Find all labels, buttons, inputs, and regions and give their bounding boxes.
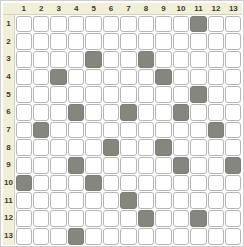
cell-r6c1[interactable]	[16, 104, 32, 121]
cell-r13c1[interactable]	[16, 228, 32, 245]
cell-r10c12[interactable]	[208, 175, 224, 192]
cell-r2c7[interactable]	[120, 33, 136, 50]
cell-r7c2[interactable]	[33, 122, 49, 139]
cell-r6c4[interactable]	[68, 104, 84, 121]
cell-r13c12[interactable]	[208, 228, 224, 245]
cell-r1c13[interactable]	[225, 16, 241, 33]
cell-r8c5[interactable]	[85, 139, 101, 156]
cell-r11c12[interactable]	[208, 192, 224, 209]
cell-r12c1[interactable]	[16, 210, 32, 227]
cell-r7c8[interactable]	[138, 122, 154, 139]
cell-r4c11[interactable]	[190, 69, 206, 86]
cell-r10c7[interactable]	[120, 175, 136, 192]
cell-r5c5[interactable]	[85, 86, 101, 103]
cell-r11c9[interactable]	[155, 192, 171, 209]
col-label-4: 4	[67, 3, 84, 14]
col-label-13: 13	[225, 3, 242, 14]
cell-r6c8[interactable]	[138, 104, 154, 121]
col-label-3: 3	[50, 3, 67, 14]
cell-r8c12[interactable]	[208, 139, 224, 156]
cell-r6c9[interactable]	[155, 104, 171, 121]
cell-r13c6[interactable]	[103, 228, 119, 245]
row-label-2: 2	[3, 33, 14, 51]
cell-r5c10[interactable]	[173, 86, 189, 103]
column-labels-strip: 12345678910111213	[3, 3, 242, 15]
cell-r7c6[interactable]	[103, 122, 119, 139]
cell-r10c4[interactable]	[68, 175, 84, 192]
cell-r3c1[interactable]	[16, 51, 32, 68]
cell-r5c2[interactable]	[33, 86, 49, 103]
cell-r13c11[interactable]	[190, 228, 206, 245]
cell-r9c11[interactable]	[190, 157, 206, 174]
cell-r11c4[interactable]	[68, 192, 84, 209]
cell-r11c11[interactable]	[190, 192, 206, 209]
row-label-5: 5	[3, 86, 14, 104]
cell-r13c2[interactable]	[33, 228, 49, 245]
col-label-8: 8	[137, 3, 154, 14]
cell-r1c7[interactable]	[120, 16, 136, 33]
cell-r8c2[interactable]	[33, 139, 49, 156]
cell-r5c8[interactable]	[138, 86, 154, 103]
cell-r5c3[interactable]	[50, 86, 66, 103]
cell-r13c4[interactable]	[68, 228, 84, 245]
cell-r6c2[interactable]	[33, 104, 49, 121]
cell-r6c11[interactable]	[190, 104, 206, 121]
cell-r12c7[interactable]	[120, 210, 136, 227]
cell-r4c12[interactable]	[208, 69, 224, 86]
cell-r1c1[interactable]	[16, 16, 32, 33]
cell-r1c5[interactable]	[85, 16, 101, 33]
cell-r8c4[interactable]	[68, 139, 84, 156]
cell-r10c5[interactable]	[85, 175, 101, 192]
cell-r7c9[interactable]	[155, 122, 171, 139]
cell-r10c1[interactable]	[16, 175, 32, 192]
cell-r10c8[interactable]	[138, 175, 154, 192]
puzzle-board: 12345678910111213 12345678910111213	[3, 3, 242, 245]
cell-r10c6[interactable]	[103, 175, 119, 192]
cell-r3c7[interactable]	[120, 51, 136, 68]
cell-r11c10[interactable]	[173, 192, 189, 209]
cell-r5c13[interactable]	[225, 86, 241, 103]
cell-r11c1[interactable]	[16, 192, 32, 209]
row-label-8: 8	[3, 139, 14, 157]
cell-r4c10[interactable]	[173, 69, 189, 86]
row-label-6: 6	[3, 103, 14, 121]
cell-r2c1[interactable]	[16, 33, 32, 50]
cell-r2c6[interactable]	[103, 33, 119, 50]
cell-r10c11[interactable]	[190, 175, 206, 192]
cell-r8c6[interactable]	[103, 139, 119, 156]
cell-r11c3[interactable]	[50, 192, 66, 209]
cell-r7c13[interactable]	[225, 122, 241, 139]
cell-r9c3[interactable]	[50, 157, 66, 174]
cell-r8c8[interactable]	[138, 139, 154, 156]
cell-r6c6[interactable]	[103, 104, 119, 121]
cell-r2c13[interactable]	[225, 33, 241, 50]
cell-r9c8[interactable]	[138, 157, 154, 174]
cell-r1c10[interactable]	[173, 16, 189, 33]
col-label-5: 5	[85, 3, 102, 14]
cell-r9c7[interactable]	[120, 157, 136, 174]
cell-r9c10[interactable]	[173, 157, 189, 174]
cell-r12c3[interactable]	[50, 210, 66, 227]
col-label-10: 10	[172, 3, 189, 14]
cell-r5c9[interactable]	[155, 86, 171, 103]
cell-r4c3[interactable]	[50, 69, 66, 86]
cell-r10c9[interactable]	[155, 175, 171, 192]
row-label-4: 4	[3, 68, 14, 86]
cell-r6c7[interactable]	[120, 104, 136, 121]
cell-r8c11[interactable]	[190, 139, 206, 156]
cell-r13c3[interactable]	[50, 228, 66, 245]
cell-r5c6[interactable]	[103, 86, 119, 103]
cell-r4c8[interactable]	[138, 69, 154, 86]
cell-r12c8[interactable]	[138, 210, 154, 227]
cell-r11c8[interactable]	[138, 192, 154, 209]
row-label-9: 9	[3, 157, 14, 175]
cell-r1c6[interactable]	[103, 16, 119, 33]
row-label-10: 10	[3, 174, 14, 192]
cell-r8c1[interactable]	[16, 139, 32, 156]
cell-r12c12[interactable]	[208, 210, 224, 227]
cell-r3c4[interactable]	[68, 51, 84, 68]
cell-r2c5[interactable]	[85, 33, 101, 50]
col-label-11: 11	[190, 3, 207, 14]
cell-r6c3[interactable]	[50, 104, 66, 121]
cell-r3c6[interactable]	[103, 51, 119, 68]
cell-r1c12[interactable]	[208, 16, 224, 33]
cell-r4c2[interactable]	[33, 69, 49, 86]
cell-r8c7[interactable]	[120, 139, 136, 156]
cell-r1c3[interactable]	[50, 16, 66, 33]
cell-r9c13[interactable]	[225, 157, 241, 174]
cell-r5c12[interactable]	[208, 86, 224, 103]
cell-r3c2[interactable]	[33, 51, 49, 68]
cell-r5c11[interactable]	[190, 86, 206, 103]
cell-r4c1[interactable]	[16, 69, 32, 86]
cell-r5c4[interactable]	[68, 86, 84, 103]
cell-r7c3[interactable]	[50, 122, 66, 139]
row-label-3: 3	[3, 50, 14, 68]
cell-r12c9[interactable]	[155, 210, 171, 227]
cell-r2c10[interactable]	[173, 33, 189, 50]
cell-r1c2[interactable]	[33, 16, 49, 33]
cell-r5c7[interactable]	[120, 86, 136, 103]
cell-r8c10[interactable]	[173, 139, 189, 156]
puzzle-window: 12345678910111213 12345678910111213	[0, 0, 244, 247]
cell-r9c5[interactable]	[85, 157, 101, 174]
cell-r7c10[interactable]	[173, 122, 189, 139]
row-label-13: 13	[3, 227, 14, 245]
cell-r3c10[interactable]	[173, 51, 189, 68]
cell-r7c11[interactable]	[190, 122, 206, 139]
cell-r2c11[interactable]	[190, 33, 206, 50]
col-label-1: 1	[15, 3, 32, 14]
cell-r13c5[interactable]	[85, 228, 101, 245]
cell-r4c7[interactable]	[120, 69, 136, 86]
cell-r9c4[interactable]	[68, 157, 84, 174]
cell-r6c12[interactable]	[208, 104, 224, 121]
cell-r7c4[interactable]	[68, 122, 84, 139]
cell-r3c13[interactable]	[225, 51, 241, 68]
cell-r8c13[interactable]	[225, 139, 241, 156]
cell-r3c8[interactable]	[138, 51, 154, 68]
cell-r9c6[interactable]	[103, 157, 119, 174]
cell-r2c3[interactable]	[50, 33, 66, 50]
cell-r12c10[interactable]	[173, 210, 189, 227]
cell-r2c4[interactable]	[68, 33, 84, 50]
row-label-1: 1	[3, 15, 14, 33]
cell-r9c1[interactable]	[16, 157, 32, 174]
col-label-9: 9	[155, 3, 172, 14]
cell-r1c8[interactable]	[138, 16, 154, 33]
cell-r6c10[interactable]	[173, 104, 189, 121]
cell-r2c8[interactable]	[138, 33, 154, 50]
cell-r12c6[interactable]	[103, 210, 119, 227]
cell-r3c3[interactable]	[50, 51, 66, 68]
cell-r5c1[interactable]	[16, 86, 32, 103]
row-label-12: 12	[3, 210, 14, 228]
cell-r7c5[interactable]	[85, 122, 101, 139]
cell-r12c13[interactable]	[225, 210, 241, 227]
cell-r10c13[interactable]	[225, 175, 241, 192]
cell-r2c9[interactable]	[155, 33, 171, 50]
row-label-7: 7	[3, 121, 14, 139]
cell-r4c6[interactable]	[103, 69, 119, 86]
cell-r4c9[interactable]	[155, 69, 171, 86]
cell-r11c7[interactable]	[120, 192, 136, 209]
cell-r3c5[interactable]	[85, 51, 101, 68]
cell-r13c8[interactable]	[138, 228, 154, 245]
cell-r4c13[interactable]	[225, 69, 241, 86]
cell-r9c9[interactable]	[155, 157, 171, 174]
cell-r8c3[interactable]	[50, 139, 66, 156]
cell-r11c2[interactable]	[33, 192, 49, 209]
cell-r8c9[interactable]	[155, 139, 171, 156]
cell-r2c2[interactable]	[33, 33, 49, 50]
cell-r12c4[interactable]	[68, 210, 84, 227]
cell-r12c5[interactable]	[85, 210, 101, 227]
cell-r7c7[interactable]	[120, 122, 136, 139]
cell-r7c12[interactable]	[208, 122, 224, 139]
cell-r10c3[interactable]	[50, 175, 66, 192]
cell-r9c12[interactable]	[208, 157, 224, 174]
cell-r2c12[interactable]	[208, 33, 224, 50]
cell-r3c12[interactable]	[208, 51, 224, 68]
puzzle-grid	[15, 15, 242, 245]
cell-r1c9[interactable]	[155, 16, 171, 33]
cell-r9c2[interactable]	[33, 157, 49, 174]
row-labels-strip: 12345678910111213	[3, 15, 15, 245]
cell-r11c5[interactable]	[85, 192, 101, 209]
col-label-6: 6	[102, 3, 119, 14]
col-label-12: 12	[207, 3, 224, 14]
col-label-2: 2	[32, 3, 49, 14]
row-label-11: 11	[3, 192, 14, 210]
cell-r4c5[interactable]	[85, 69, 101, 86]
cell-r12c11[interactable]	[190, 210, 206, 227]
cell-r12c2[interactable]	[33, 210, 49, 227]
cell-r10c10[interactable]	[173, 175, 189, 192]
cell-r13c7[interactable]	[120, 228, 136, 245]
cell-r3c9[interactable]	[155, 51, 171, 68]
cell-r13c9[interactable]	[155, 228, 171, 245]
cell-r10c2[interactable]	[33, 175, 49, 192]
cell-r1c11[interactable]	[190, 16, 206, 33]
cell-r13c13[interactable]	[225, 228, 241, 245]
cell-r7c1[interactable]	[16, 122, 32, 139]
cell-r11c6[interactable]	[103, 192, 119, 209]
cell-r13c10[interactable]	[173, 228, 189, 245]
col-label-7: 7	[120, 3, 137, 14]
cell-r6c5[interactable]	[85, 104, 101, 121]
cell-r1c4[interactable]	[68, 16, 84, 33]
cell-r6c13[interactable]	[225, 104, 241, 121]
cell-r11c13[interactable]	[225, 192, 241, 209]
cell-r3c11[interactable]	[190, 51, 206, 68]
cell-r4c4[interactable]	[68, 69, 84, 86]
